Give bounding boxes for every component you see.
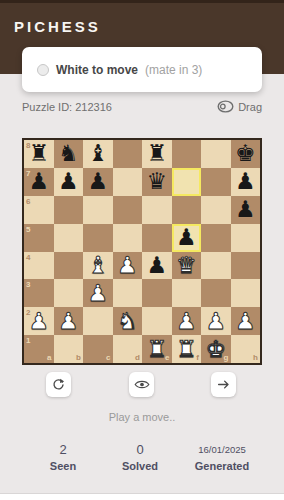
black-pawn[interactable]: ♟ xyxy=(231,196,261,224)
square-h6[interactable]: ♟ xyxy=(231,196,261,224)
black-pawn[interactable]: ♟ xyxy=(83,168,113,196)
square-b7[interactable]: ♟ xyxy=(54,168,84,196)
square-d7[interactable] xyxy=(113,168,143,196)
square-f6[interactable] xyxy=(172,196,202,224)
square-e5[interactable] xyxy=(142,224,172,252)
square-a1[interactable]: 1a xyxy=(24,335,54,363)
square-f2[interactable]: ♟ xyxy=(172,307,202,335)
square-f5[interactable]: ♟ xyxy=(172,224,202,252)
black-bishop[interactable]: ♝ xyxy=(83,140,113,168)
drag-toggle[interactable]: Drag xyxy=(217,100,262,113)
black-rook[interactable]: ♜ xyxy=(142,140,172,168)
white-rook[interactable]: ♜ xyxy=(172,335,202,363)
square-g3[interactable] xyxy=(201,279,231,307)
play-hint: Play a move.. xyxy=(0,411,284,423)
square-d8[interactable] xyxy=(113,140,143,168)
square-b8[interactable]: ♞ xyxy=(54,140,84,168)
toggle-icon xyxy=(217,100,234,113)
square-g8[interactable] xyxy=(201,140,231,168)
square-c1[interactable]: c xyxy=(83,335,113,363)
refresh-icon xyxy=(51,377,66,392)
square-a7[interactable]: 7♟ xyxy=(24,168,54,196)
white-knight[interactable]: ♞ xyxy=(113,307,143,335)
square-b5[interactable] xyxy=(54,224,84,252)
black-knight[interactable]: ♞ xyxy=(54,140,84,168)
white-pawn[interactable]: ♟ xyxy=(83,279,113,307)
square-b4[interactable] xyxy=(54,252,84,280)
square-a2[interactable]: 2♟ xyxy=(24,307,54,335)
status-hint: (mate in 3) xyxy=(145,63,202,77)
status-card: White to move (mate in 3) xyxy=(22,47,262,92)
generated-date: 16/01/2025 xyxy=(180,442,264,457)
file-label: c xyxy=(106,354,110,362)
puzzle-bar: Puzzle ID: 212316 Drag xyxy=(22,100,262,113)
square-a8[interactable]: 8♜ xyxy=(24,140,54,168)
square-b1[interactable]: b xyxy=(54,335,84,363)
rank-label: 5 xyxy=(26,226,30,234)
rank-label: 4 xyxy=(26,254,30,262)
square-h7[interactable]: ♟ xyxy=(231,168,261,196)
square-g2[interactable]: ♟ xyxy=(201,307,231,335)
white-pawn[interactable]: ♟ xyxy=(113,252,143,280)
square-c8[interactable]: ♝ xyxy=(83,140,113,168)
black-pawn[interactable]: ♟ xyxy=(142,252,172,280)
square-d6[interactable] xyxy=(113,196,143,224)
white-pawn[interactable]: ♟ xyxy=(231,307,261,335)
square-h5[interactable] xyxy=(231,224,261,252)
square-a3[interactable]: 3 xyxy=(24,279,54,307)
square-c7[interactable]: ♟ xyxy=(83,168,113,196)
square-e2[interactable] xyxy=(142,307,172,335)
square-g7[interactable] xyxy=(201,168,231,196)
square-f1[interactable]: f♜ xyxy=(172,335,202,363)
stat-seen: 2 Seen xyxy=(21,442,105,472)
white-king[interactable]: ♚ xyxy=(201,335,231,363)
footer-strip xyxy=(0,493,284,500)
black-king[interactable]: ♚ xyxy=(231,140,261,168)
square-e6[interactable] xyxy=(142,196,172,224)
square-b6[interactable] xyxy=(54,196,84,224)
app-title: PICHESS xyxy=(0,3,284,35)
square-d4[interactable]: ♟ xyxy=(113,252,143,280)
file-label: h xyxy=(253,354,258,362)
square-d1[interactable]: d xyxy=(113,335,143,363)
white-bishop[interactable]: ♝ xyxy=(83,252,113,280)
rank-label: 6 xyxy=(26,198,30,206)
seen-label: Seen xyxy=(21,460,105,472)
square-f3[interactable] xyxy=(172,279,202,307)
eye-icon xyxy=(134,378,150,391)
status-text: White to move xyxy=(56,63,138,77)
square-e7[interactable]: ♛ xyxy=(142,168,172,196)
square-d2[interactable]: ♞ xyxy=(113,307,143,335)
stat-generated: 16/01/2025 Generated xyxy=(180,442,264,472)
square-c6[interactable] xyxy=(83,196,113,224)
next-button[interactable] xyxy=(211,372,236,397)
square-e3[interactable] xyxy=(142,279,172,307)
square-d3[interactable] xyxy=(113,279,143,307)
black-pawn[interactable]: ♟ xyxy=(231,168,261,196)
rank-label: 3 xyxy=(26,281,30,289)
square-c2[interactable] xyxy=(83,307,113,335)
chess-board[interactable]: 8♜♞♝♜♚7♟♟♟♛♟6♟5♟4♝♟♟♛3♟2♟♟♞♟♟♟1abcde♜f♜g… xyxy=(22,138,262,365)
arrow-right-icon xyxy=(216,377,231,392)
square-g6[interactable] xyxy=(201,196,231,224)
white-pawn[interactable]: ♟ xyxy=(54,307,84,335)
square-f8[interactable] xyxy=(172,140,202,168)
puzzle-id: Puzzle ID: 212316 xyxy=(22,101,112,113)
black-pawn[interactable]: ♟ xyxy=(24,168,54,196)
white-queen[interactable]: ♛ xyxy=(172,252,202,280)
square-c3[interactable]: ♟ xyxy=(83,279,113,307)
square-a6[interactable]: 6 xyxy=(24,196,54,224)
square-f7[interactable] xyxy=(172,168,202,196)
solved-label: Solved xyxy=(98,460,182,472)
square-a5[interactable]: 5 xyxy=(24,224,54,252)
square-b2[interactable]: ♟ xyxy=(54,307,84,335)
drag-label: Drag xyxy=(238,101,262,113)
black-rook[interactable]: ♜ xyxy=(24,140,54,168)
white-pawn[interactable]: ♟ xyxy=(172,307,202,335)
square-b3[interactable] xyxy=(54,279,84,307)
square-g1[interactable]: g♚ xyxy=(201,335,231,363)
white-pawn[interactable]: ♟ xyxy=(201,307,231,335)
square-e1[interactable]: e♜ xyxy=(142,335,172,363)
black-queen[interactable]: ♛ xyxy=(142,168,172,196)
solved-count: 0 xyxy=(98,442,182,457)
file-label: a xyxy=(47,354,51,362)
square-g5[interactable] xyxy=(201,224,231,252)
file-label: b xyxy=(76,354,81,362)
white-rook[interactable]: ♜ xyxy=(142,335,172,363)
square-c4[interactable]: ♝ xyxy=(83,252,113,280)
square-h1[interactable]: h xyxy=(231,335,261,363)
reveal-button[interactable] xyxy=(129,372,154,397)
retry-button[interactable] xyxy=(46,372,71,397)
square-c5[interactable] xyxy=(83,224,113,252)
square-e8[interactable]: ♜ xyxy=(142,140,172,168)
black-pawn[interactable]: ♟ xyxy=(54,168,84,196)
white-side-indicator xyxy=(37,64,49,76)
square-g4[interactable] xyxy=(201,252,231,280)
square-h4[interactable] xyxy=(231,252,261,280)
stat-solved: 0 Solved xyxy=(98,442,182,472)
square-d5[interactable] xyxy=(113,224,143,252)
square-h8[interactable]: ♚ xyxy=(231,140,261,168)
square-f4[interactable]: ♛ xyxy=(172,252,202,280)
black-pawn[interactable]: ♟ xyxy=(172,224,202,252)
generated-label: Generated xyxy=(180,460,264,472)
rank-label: 1 xyxy=(26,337,30,345)
square-h3[interactable] xyxy=(231,279,261,307)
white-pawn[interactable]: ♟ xyxy=(24,307,54,335)
square-a4[interactable]: 4 xyxy=(24,252,54,280)
square-h2[interactable]: ♟ xyxy=(231,307,261,335)
square-e4[interactable]: ♟ xyxy=(142,252,172,280)
seen-count: 2 xyxy=(21,442,105,457)
file-label: d xyxy=(135,354,140,362)
